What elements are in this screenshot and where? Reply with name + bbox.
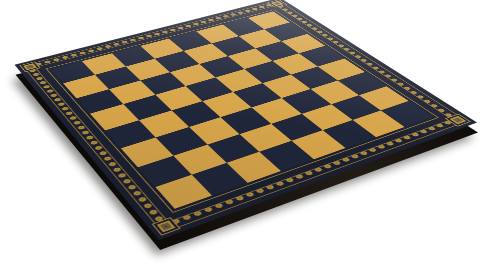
square-r4c8 bbox=[299, 46, 344, 67]
gilt-scroll-border bbox=[23, 1, 466, 232]
square-r2c8 bbox=[264, 22, 307, 41]
square-r4c6 bbox=[244, 61, 290, 83]
corner-medallion-icon bbox=[445, 114, 471, 127]
square-r3c3 bbox=[140, 72, 186, 95]
square-r2c1 bbox=[63, 75, 108, 98]
square-r7c7 bbox=[331, 95, 382, 120]
square-r7c4 bbox=[239, 124, 291, 152]
square-r8c3 bbox=[226, 152, 281, 183]
square-r5c8 bbox=[318, 59, 365, 81]
square-r1c4 bbox=[141, 39, 184, 59]
corner-medallion-icon bbox=[152, 217, 181, 235]
chess-board bbox=[15, 0, 477, 240]
square-r8c5 bbox=[292, 130, 346, 159]
square-r8c4 bbox=[260, 141, 314, 171]
square-r2c3 bbox=[125, 59, 170, 81]
square-r6c1 bbox=[121, 137, 173, 167]
square-r1c2 bbox=[82, 53, 126, 74]
square-r6c7 bbox=[310, 80, 359, 104]
square-r3c6 bbox=[227, 48, 272, 69]
board-shadow-shape bbox=[12, 13, 474, 255]
square-r7c8 bbox=[359, 86, 409, 110]
square-r4c7 bbox=[272, 53, 318, 74]
square-r6c8 bbox=[338, 72, 386, 95]
frame-inner-margin bbox=[36, 6, 451, 222]
square-r3c8 bbox=[281, 34, 325, 54]
square-r2c7 bbox=[238, 29, 281, 48]
square-r5c1 bbox=[105, 120, 155, 148]
square-r6c2 bbox=[155, 127, 207, 156]
square-r4c1 bbox=[90, 104, 139, 130]
square-r4c2 bbox=[123, 95, 171, 120]
square-r7c1 bbox=[138, 156, 192, 188]
square-r1c5 bbox=[169, 31, 212, 50]
square-r8c6 bbox=[323, 120, 376, 148]
square-r5c7 bbox=[291, 66, 338, 89]
inner-gold-pinstripe bbox=[46, 9, 439, 212]
square-r1c7 bbox=[223, 18, 265, 36]
corner-medallion-icon bbox=[267, 0, 287, 8]
square-r1c1 bbox=[51, 61, 95, 83]
square-r7c6 bbox=[301, 104, 352, 130]
square-r6c5 bbox=[251, 98, 301, 124]
square-r6c3 bbox=[189, 117, 240, 145]
square-r7c3 bbox=[207, 134, 260, 163]
corner-medallion-icon bbox=[19, 61, 40, 72]
square-r3c7 bbox=[255, 41, 299, 61]
square-r5c5 bbox=[233, 83, 281, 107]
scene bbox=[0, 0, 480, 274]
square-r4c4 bbox=[186, 78, 233, 102]
square-r3c4 bbox=[170, 64, 216, 86]
square-r7c2 bbox=[173, 145, 226, 175]
square-r8c7 bbox=[352, 110, 404, 137]
square-r1c8 bbox=[248, 11, 289, 29]
square-r3c2 bbox=[109, 80, 156, 104]
square-r6c6 bbox=[281, 89, 330, 114]
square-r8c2 bbox=[192, 163, 247, 196]
square-r3c5 bbox=[199, 56, 244, 78]
square-r1c6 bbox=[196, 25, 238, 44]
board-edge-shape bbox=[16, 8, 478, 250]
square-r6c4 bbox=[221, 107, 271, 134]
square-r7c5 bbox=[271, 114, 323, 141]
board-cast-shadow bbox=[0, 15, 477, 274]
square-r2c6 bbox=[211, 36, 254, 56]
square-r8c1 bbox=[156, 175, 212, 209]
board-field bbox=[51, 11, 433, 208]
square-r4c5 bbox=[216, 69, 263, 92]
square-r5c3 bbox=[171, 101, 220, 127]
square-r5c4 bbox=[203, 92, 252, 117]
square-r4c3 bbox=[155, 86, 203, 110]
square-r1c3 bbox=[112, 46, 155, 67]
square-r8c8 bbox=[381, 101, 433, 127]
square-r2c4 bbox=[155, 51, 199, 72]
square-r5c2 bbox=[139, 111, 189, 138]
square-r5c6 bbox=[262, 75, 310, 98]
board-underside bbox=[1, 10, 480, 274]
square-r3c1 bbox=[76, 89, 123, 114]
square-r2c5 bbox=[184, 43, 228, 63]
square-r2c2 bbox=[95, 67, 140, 90]
